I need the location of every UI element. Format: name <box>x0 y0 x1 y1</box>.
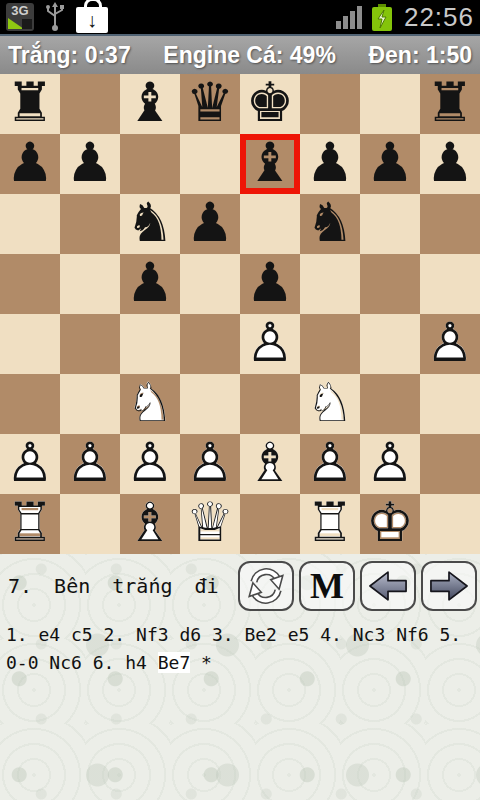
square-f5[interactable] <box>300 254 360 314</box>
square-c6[interactable]: ♞ <box>120 194 180 254</box>
square-f4[interactable] <box>300 314 360 374</box>
square-c7[interactable] <box>120 134 180 194</box>
white-clock: Trắng: 0:37 <box>8 42 131 69</box>
square-d1[interactable]: ♛♕ <box>180 494 240 554</box>
square-c1[interactable]: ♝♗ <box>120 494 180 554</box>
square-d3[interactable] <box>180 374 240 434</box>
square-h3[interactable] <box>420 374 480 434</box>
white-pawn-outline: ♙ <box>120 434 180 494</box>
square-a5[interactable] <box>0 254 60 314</box>
square-a4[interactable] <box>0 314 60 374</box>
battery-charging-icon <box>372 4 392 31</box>
black-rook: ♜ <box>420 74 480 134</box>
square-c5[interactable]: ♟ <box>120 254 180 314</box>
square-d8[interactable]: ♛ <box>180 74 240 134</box>
move-status-text: 7. Bên trắng đi <box>8 574 219 598</box>
square-a3[interactable] <box>0 374 60 434</box>
black-knight: ♞ <box>300 194 360 254</box>
square-g5[interactable] <box>360 254 420 314</box>
black-knight: ♞ <box>120 194 180 254</box>
square-g2[interactable]: ♟♙ <box>360 434 420 494</box>
square-e8[interactable]: ♚ <box>240 74 300 134</box>
white-rook-outline: ♖ <box>300 494 360 554</box>
square-e7[interactable]: ♝ <box>240 134 300 194</box>
chess-board[interactable]: ♜♝♛♚♜♟♟♝♟♟♟♞♟♞♟♟♟♙♟♙♞♘♞♘♟♙♟♙♟♙♟♙♝♗♟♙♟♙♜♖… <box>0 74 480 554</box>
square-h7[interactable]: ♟ <box>420 134 480 194</box>
square-e1[interactable] <box>240 494 300 554</box>
white-pawn-outline: ♙ <box>360 434 420 494</box>
black-pawn: ♟ <box>240 254 300 314</box>
square-a7[interactable]: ♟ <box>0 134 60 194</box>
white-pawn-outline: ♙ <box>60 434 120 494</box>
white-knight-outline: ♘ <box>300 374 360 434</box>
game-header: Trắng: 0:37 Engine Cá: 49% Đen: 1:50 <box>0 36 480 74</box>
square-b6[interactable] <box>60 194 120 254</box>
square-b4[interactable] <box>60 314 120 374</box>
square-e6[interactable] <box>240 194 300 254</box>
square-b3[interactable] <box>60 374 120 434</box>
black-pawn: ♟ <box>420 134 480 194</box>
white-rook-outline: ♖ <box>0 494 60 554</box>
black-clock: Đen: 1:50 <box>368 42 472 69</box>
black-pawn: ♟ <box>60 134 120 194</box>
square-d4[interactable] <box>180 314 240 374</box>
square-g1[interactable]: ♚♔ <box>360 494 420 554</box>
square-a2[interactable]: ♟♙ <box>0 434 60 494</box>
square-c4[interactable] <box>120 314 180 374</box>
square-c8[interactable]: ♝ <box>120 74 180 134</box>
square-h4[interactable]: ♟♙ <box>420 314 480 374</box>
square-b8[interactable] <box>60 74 120 134</box>
square-b2[interactable]: ♟♙ <box>60 434 120 494</box>
square-b7[interactable]: ♟ <box>60 134 120 194</box>
white-bishop-outline: ♗ <box>240 434 300 494</box>
square-h5[interactable] <box>420 254 480 314</box>
square-h1[interactable] <box>420 494 480 554</box>
square-a6[interactable] <box>0 194 60 254</box>
moves-after: * <box>190 652 212 673</box>
arrow-left-icon <box>366 569 410 603</box>
status-bar: 3G ↓ 22:56 <box>0 0 480 34</box>
network-3g-icon: 3G <box>6 3 34 31</box>
white-pawn-outline: ♙ <box>240 314 300 374</box>
square-f8[interactable] <box>300 74 360 134</box>
square-f2[interactable]: ♟♙ <box>300 434 360 494</box>
square-h2[interactable] <box>420 434 480 494</box>
m-label: M <box>310 568 344 604</box>
square-g4[interactable] <box>360 314 420 374</box>
moves-before: 1. e4 c5 2. Nf3 d6 3. Be2 e5 4. Nc3 Nf6 … <box>6 624 472 673</box>
status-time: 22:56 <box>404 2 474 33</box>
square-c3[interactable]: ♞♘ <box>120 374 180 434</box>
rotate-icon <box>245 565 287 607</box>
square-e4[interactable]: ♟♙ <box>240 314 300 374</box>
flip-board-button[interactable] <box>238 561 294 611</box>
square-f6[interactable]: ♞ <box>300 194 360 254</box>
square-d6[interactable]: ♟ <box>180 194 240 254</box>
prev-move-button[interactable] <box>360 561 416 611</box>
black-bishop: ♝ <box>120 74 180 134</box>
current-move[interactable]: Be7 <box>158 652 191 673</box>
square-f1[interactable]: ♜♖ <box>300 494 360 554</box>
black-king: ♚ <box>240 74 300 134</box>
square-e5[interactable]: ♟ <box>240 254 300 314</box>
white-pawn-outline: ♙ <box>0 434 60 494</box>
usb-icon <box>44 2 66 32</box>
square-d2[interactable]: ♟♙ <box>180 434 240 494</box>
square-a1[interactable]: ♜♖ <box>0 494 60 554</box>
square-c2[interactable]: ♟♙ <box>120 434 180 494</box>
black-pawn: ♟ <box>0 134 60 194</box>
moves-mode-button[interactable]: M <box>299 561 355 611</box>
square-d7[interactable] <box>180 134 240 194</box>
square-f3[interactable]: ♞♘ <box>300 374 360 434</box>
square-g7[interactable]: ♟ <box>360 134 420 194</box>
square-b1[interactable] <box>60 494 120 554</box>
square-a8[interactable]: ♜ <box>0 74 60 134</box>
white-bishop-outline: ♗ <box>120 494 180 554</box>
white-king-outline: ♔ <box>360 494 420 554</box>
square-d5[interactable] <box>180 254 240 314</box>
arrow-right-icon <box>427 569 471 603</box>
square-b5[interactable] <box>60 254 120 314</box>
black-pawn: ♟ <box>300 134 360 194</box>
square-h6[interactable] <box>420 194 480 254</box>
black-rook: ♜ <box>0 74 60 134</box>
square-e2[interactable]: ♝♗ <box>240 434 300 494</box>
black-pawn: ♟ <box>180 194 240 254</box>
bottom-panel: 7. Bên trắng đi M <box>0 554 480 800</box>
square-f7[interactable]: ♟ <box>300 134 360 194</box>
white-queen-outline: ♕ <box>180 494 240 554</box>
white-pawn-outline: ♙ <box>420 314 480 374</box>
white-knight-outline: ♘ <box>120 374 180 434</box>
square-h8[interactable]: ♜ <box>420 74 480 134</box>
black-bishop: ♝ <box>240 134 300 194</box>
next-move-button[interactable] <box>421 561 477 611</box>
black-queen: ♛ <box>180 74 240 134</box>
square-g3[interactable] <box>360 374 420 434</box>
black-pawn: ♟ <box>120 254 180 314</box>
move-list[interactable]: 1. e4 c5 2. Nf3 d6 3. Be2 e5 4. Nc3 Nf6 … <box>0 621 480 677</box>
square-e3[interactable] <box>240 374 300 434</box>
square-g6[interactable] <box>360 194 420 254</box>
white-pawn-outline: ♙ <box>180 434 240 494</box>
white-pawn-outline: ♙ <box>300 434 360 494</box>
square-g8[interactable] <box>360 74 420 134</box>
signal-bars-icon <box>336 5 362 29</box>
engine-status: Engine Cá: 49% <box>163 42 336 69</box>
download-icon: ↓ <box>76 7 108 33</box>
black-pawn: ♟ <box>360 134 420 194</box>
